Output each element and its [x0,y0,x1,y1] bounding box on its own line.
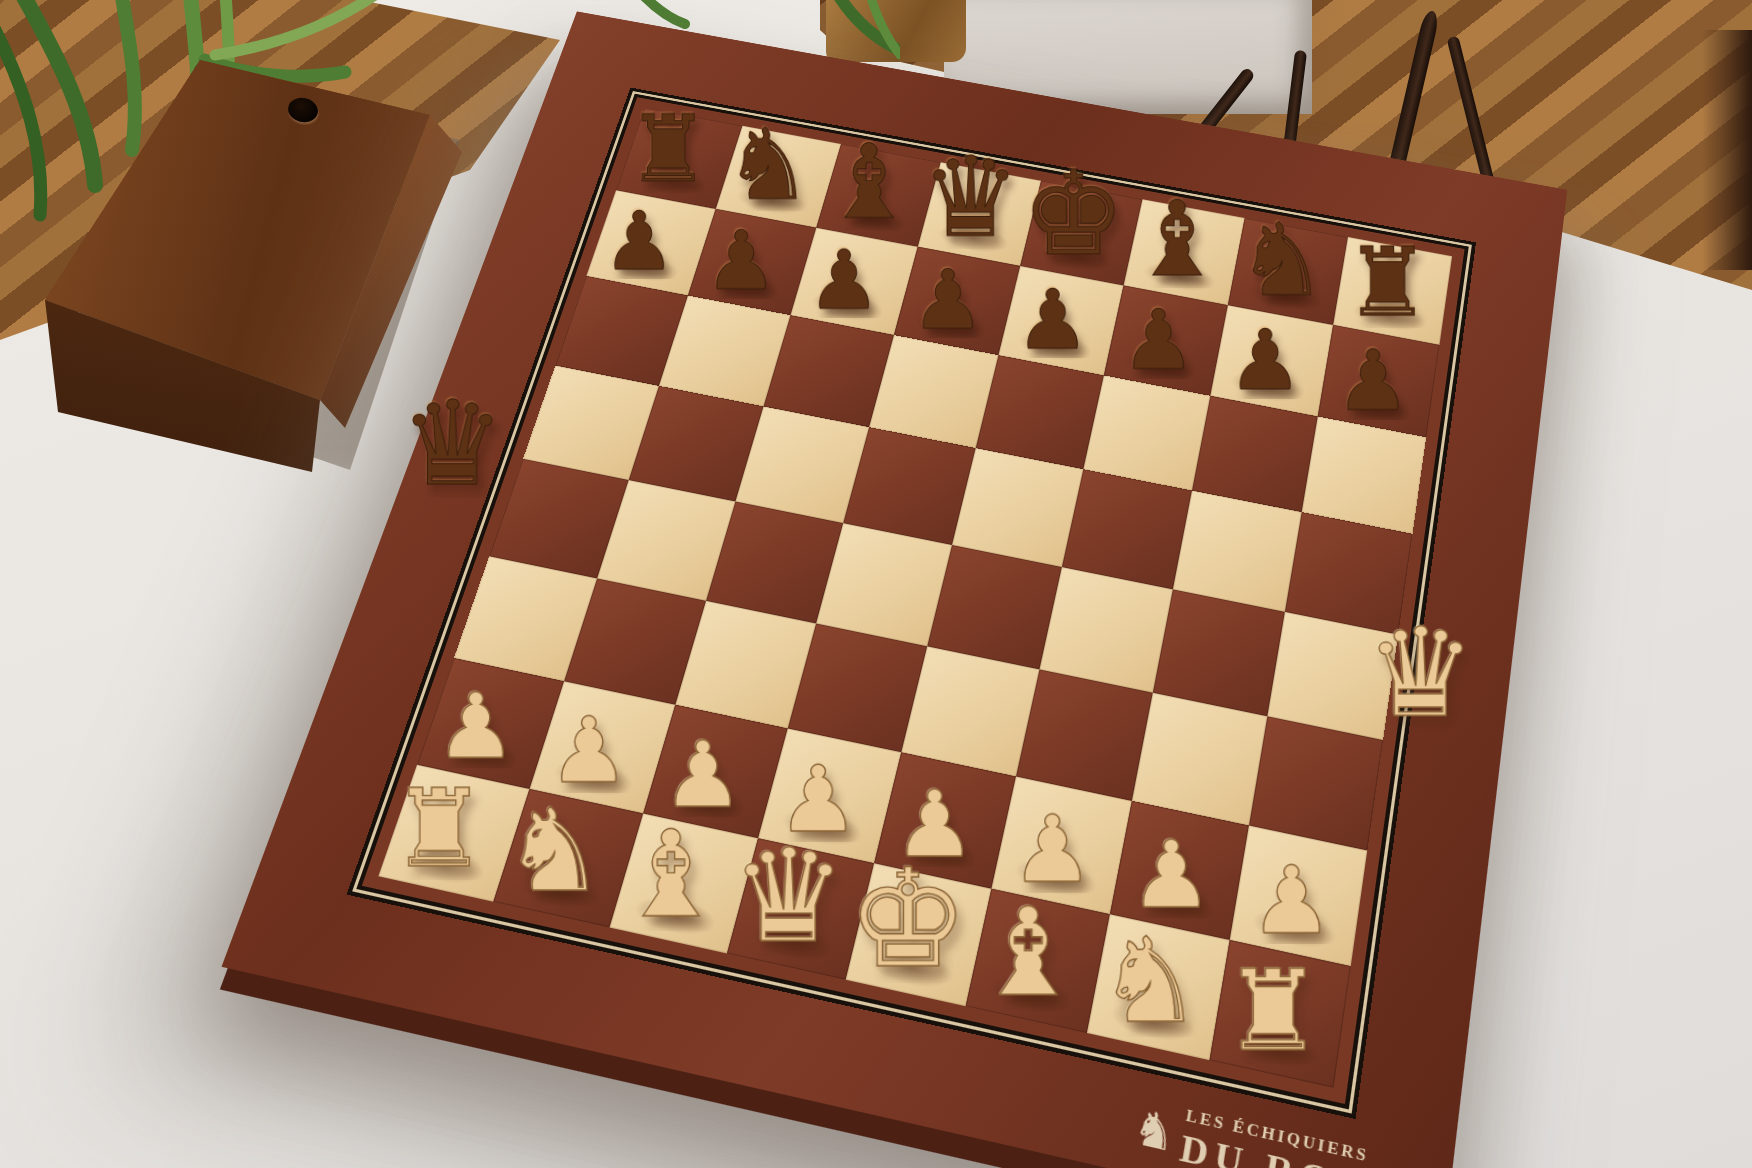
piece-white-king-e1[interactable]: ♚ [847,851,969,987]
square-f4[interactable] [1039,567,1172,693]
logo-knight-rider-icon: ♞ [1129,1103,1179,1160]
piece-black-queen-d8[interactable]: ♛ [921,142,1020,252]
piece-black-knight-g8[interactable]: ♞ [1237,210,1327,310]
piece-black-rook-h8[interactable]: ♜ [1345,235,1430,330]
square-g1[interactable]: ♞ [1087,914,1230,1060]
square-e3[interactable] [901,646,1039,776]
spare-white-queen[interactable]: ♛ [1366,611,1476,734]
piece-white-bishop-f1[interactable]: ♝ [974,892,1083,1013]
piece-white-bishop-c1[interactable]: ♝ [617,815,724,934]
square-c5[interactable] [735,406,869,523]
square-f1[interactable]: ♝ [966,889,1110,1033]
piece-black-bishop-f8[interactable]: ♝ [1131,187,1224,291]
piece-white-rook-h1[interactable]: ♜ [1223,956,1323,1068]
dark-furniture-edge [1702,30,1752,270]
piece-black-rook-a8[interactable]: ♜ [627,103,710,195]
square-h7[interactable]: ♟ [1318,325,1440,437]
piece-black-pawn-e7[interactable]: ♟ [1016,278,1090,360]
square-g5[interactable] [1173,491,1302,612]
square-e7[interactable]: ♟ [998,266,1123,375]
playing-area: ♜♞♝♛♚♝♞♜♟♟♟♟♟♟♟♟♟♟♟♟♟♟♟♟♜♞♝♛♚♝♞♜ [378,108,1452,1088]
piece-black-pawn-g7[interactable]: ♟ [1228,318,1303,401]
piece-black-pawn-c7[interactable]: ♟ [807,239,880,321]
board-grid: ♜♞♝♛♚♝♞♜♟♟♟♟♟♟♟♟♟♟♟♟♟♟♟♟♜♞♝♛♚♝♞♜ [378,108,1452,1088]
scene: ♜♞♝♛♚♝♞♜♟♟♟♟♟♟♟♟♟♟♟♟♟♟♟♟♜♞♝♛♚♝♞♜ ♛♛ ♞ LE… [0,0,1752,1168]
piece-white-knight-g1[interactable]: ♞ [1097,923,1202,1041]
piece-white-queen-d1[interactable]: ♛ [731,831,846,960]
piece-black-king-e8[interactable]: ♚ [1021,155,1125,271]
piece-white-pawn-a2[interactable]: ♟ [435,681,516,771]
piece-black-pawn-d7[interactable]: ♟ [911,259,985,341]
square-a4[interactable] [489,459,628,579]
piece-black-pawn-f7[interactable]: ♟ [1121,298,1195,381]
square-h1[interactable]: ♜ [1210,940,1351,1088]
piece-black-pawn-b7[interactable]: ♟ [705,220,778,301]
piece-white-pawn-b2[interactable]: ♟ [548,705,629,796]
piece-black-pawn-h7[interactable]: ♟ [1336,339,1411,423]
piece-black-pawn-a7[interactable]: ♟ [603,201,676,282]
piece-black-bishop-c8[interactable]: ♝ [823,131,915,233]
piece-black-knight-b8[interactable]: ♞ [724,116,812,214]
square-d6[interactable] [869,335,998,448]
piece-white-knight-b1[interactable]: ♞ [503,794,606,908]
spare-black-queen[interactable]: ♛ [400,385,505,502]
piece-white-rook-a1[interactable]: ♜ [391,775,487,882]
piece-white-pawn-h2[interactable]: ♟ [1250,853,1334,947]
brand-logo: ♞ LES ÉCHIQUIERS DU ROI [1128,1095,1430,1168]
piece-white-pawn-g2[interactable]: ♟ [1130,828,1213,921]
